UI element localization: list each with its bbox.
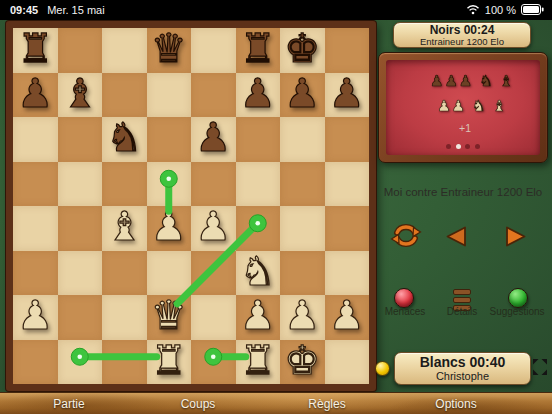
square-b8[interactable] — [58, 28, 103, 73]
square-b6[interactable] — [58, 117, 103, 162]
square-g2[interactable]: ♟ — [280, 295, 325, 340]
square-g7[interactable]: ♟ — [280, 73, 325, 118]
square-h5[interactable] — [325, 162, 370, 207]
square-c3[interactable] — [102, 251, 147, 296]
square-d6[interactable] — [147, 117, 192, 162]
status-bar: 09:45 Mer. 15 mai 100 % — [0, 0, 552, 20]
black-rook[interactable]: ♜ — [17, 26, 53, 70]
square-e1[interactable] — [191, 340, 236, 385]
wifi-icon — [466, 4, 480, 17]
square-d4[interactable]: ♟ — [147, 206, 192, 251]
square-h1[interactable] — [325, 340, 370, 385]
threats-label: Menaces — [385, 306, 426, 317]
white-king[interactable]: ♚ — [284, 338, 320, 382]
board-grid: ♜♛♜♚♟♝♟♟♟♞♟♝♟♟♞♟♛♟♟♟♜♜♚ — [13, 28, 369, 384]
square-d2[interactable]: ♛ — [147, 295, 192, 340]
white-clock-label: Blancs 00:40 — [420, 355, 506, 370]
captured-white-pieces: ♟♟ ♞ ♝ — [386, 97, 540, 115]
square-h2[interactable]: ♟ — [325, 295, 370, 340]
white-rook[interactable]: ♜ — [151, 338, 187, 382]
white-queen[interactable]: ♛ — [151, 293, 187, 337]
white-pawn[interactable]: ♟ — [284, 293, 320, 337]
back-move-button[interactable] — [446, 226, 467, 247]
clock-time: 09:45 — [10, 4, 38, 16]
black-pawn[interactable]: ♟ — [329, 71, 365, 115]
tab-coups[interactable]: Coups — [181, 397, 216, 411]
square-e7[interactable] — [191, 73, 236, 118]
square-c7[interactable] — [102, 73, 147, 118]
black-pawn[interactable]: ♟ — [17, 71, 53, 115]
square-f3[interactable]: ♞ — [236, 251, 281, 296]
square-d7[interactable] — [147, 73, 192, 118]
square-d3[interactable] — [147, 251, 192, 296]
square-a2[interactable]: ♟ — [13, 295, 58, 340]
square-d8[interactable]: ♛ — [147, 28, 192, 73]
black-rook[interactable]: ♜ — [240, 26, 276, 70]
square-e2[interactable] — [191, 295, 236, 340]
square-a4[interactable] — [13, 206, 58, 251]
square-h4[interactable] — [325, 206, 370, 251]
black-bishop[interactable]: ♝ — [62, 71, 98, 115]
match-description: Moi contre Entraineur 1200 Elo — [372, 186, 552, 198]
captured-pieces-tray[interactable]: ♟♟♟ ♞ ♝ ♟♟ ♞ ♝ +1 — [378, 52, 548, 163]
square-a8[interactable]: ♜ — [13, 28, 58, 73]
chess-board: ♜♛♜♚♟♝♟♟♟♞♟♝♟♟♞♟♛♟♟♟♜♜♚ — [6, 21, 376, 391]
square-g1[interactable]: ♚ — [280, 340, 325, 385]
replay-button[interactable] — [390, 221, 422, 250]
square-b1[interactable] — [58, 340, 103, 385]
square-f7[interactable]: ♟ — [236, 73, 281, 118]
white-pawn[interactable]: ♟ — [240, 293, 276, 337]
square-f8[interactable]: ♜ — [236, 28, 281, 73]
black-pawn[interactable]: ♟ — [284, 71, 320, 115]
square-c2[interactable] — [102, 295, 147, 340]
tray-page-dots[interactable] — [386, 144, 540, 149]
white-rook[interactable]: ♜ — [240, 338, 276, 382]
square-c5[interactable] — [102, 162, 147, 207]
fullscreen-expand-icon[interactable] — [532, 358, 548, 376]
square-b3[interactable] — [58, 251, 103, 296]
square-e8[interactable] — [191, 28, 236, 73]
forward-move-button[interactable] — [505, 226, 526, 247]
tab-options[interactable]: Options — [435, 397, 476, 411]
square-a3[interactable] — [13, 251, 58, 296]
square-c6[interactable]: ♞ — [102, 117, 147, 162]
tray-dot-3 — [465, 144, 470, 149]
square-a7[interactable]: ♟ — [13, 73, 58, 118]
white-clock-button[interactable]: Blancs 00:40 Christophe — [394, 352, 531, 385]
square-a6[interactable] — [13, 117, 58, 162]
white-pawn[interactable]: ♟ — [195, 204, 231, 248]
square-g3[interactable] — [280, 251, 325, 296]
square-f5[interactable] — [236, 162, 281, 207]
black-player-name: Entraineur 1200 Elo — [420, 37, 504, 47]
black-knight[interactable]: ♞ — [106, 115, 142, 159]
white-pawn[interactable]: ♟ — [17, 293, 53, 337]
square-d5[interactable] — [147, 162, 192, 207]
square-f4[interactable] — [236, 206, 281, 251]
square-d1[interactable]: ♜ — [147, 340, 192, 385]
suggestions-label: Suggestions — [489, 306, 544, 317]
square-f1[interactable]: ♜ — [236, 340, 281, 385]
square-a1[interactable] — [13, 340, 58, 385]
square-h6[interactable] — [325, 117, 370, 162]
square-g6[interactable] — [280, 117, 325, 162]
tray-dot-1 — [446, 144, 451, 149]
square-c8[interactable] — [102, 28, 147, 73]
square-c1[interactable] — [102, 340, 147, 385]
square-e3[interactable] — [191, 251, 236, 296]
tray-dot-4 — [475, 144, 480, 149]
details-label: Détails — [447, 306, 478, 317]
black-pawn[interactable]: ♟ — [195, 115, 231, 159]
square-b2[interactable] — [58, 295, 103, 340]
square-b5[interactable] — [58, 162, 103, 207]
square-h3[interactable] — [325, 251, 370, 296]
square-a5[interactable] — [13, 162, 58, 207]
status-date: Mer. 15 mai — [47, 4, 104, 16]
turn-indicator-ball — [375, 361, 390, 376]
suggestions-indicator[interactable] — [508, 288, 528, 308]
white-bishop[interactable]: ♝ — [106, 204, 142, 248]
square-f2[interactable]: ♟ — [236, 295, 281, 340]
black-clock-button[interactable]: Noirs 00:24 Entraineur 1200 Elo — [393, 22, 531, 48]
white-player-name: Christophe — [436, 370, 489, 382]
black-pawn[interactable]: ♟ — [240, 71, 276, 115]
square-e5[interactable] — [191, 162, 236, 207]
square-e6[interactable]: ♟ — [191, 117, 236, 162]
square-g5[interactable] — [280, 162, 325, 207]
material-advantage-label: +1 — [386, 122, 540, 134]
battery-percent: 100 % — [485, 4, 516, 16]
tab-bar: Partie Coups Règles Options — [0, 392, 552, 414]
captured-black-pieces: ♟♟♟ ♞ ♝ — [386, 72, 540, 90]
battery-icon — [521, 4, 544, 17]
white-knight[interactable]: ♞ — [240, 249, 276, 293]
white-pawn[interactable]: ♟ — [151, 204, 187, 248]
white-pawn[interactable]: ♟ — [329, 293, 365, 337]
threats-indicator[interactable] — [394, 288, 414, 308]
square-e4[interactable]: ♟ — [191, 206, 236, 251]
square-g8[interactable]: ♚ — [280, 28, 325, 73]
square-c4[interactable]: ♝ — [102, 206, 147, 251]
square-g4[interactable] — [280, 206, 325, 251]
square-b7[interactable]: ♝ — [58, 73, 103, 118]
square-b4[interactable] — [58, 206, 103, 251]
chess-app: 09:45 Mer. 15 mai 100 % — [0, 0, 552, 414]
square-h8[interactable] — [325, 28, 370, 73]
tray-dot-2 — [456, 144, 461, 149]
tab-regles[interactable]: Règles — [308, 397, 345, 411]
square-h7[interactable]: ♟ — [325, 73, 370, 118]
black-queen[interactable]: ♛ — [151, 26, 187, 70]
tab-partie[interactable]: Partie — [53, 397, 84, 411]
square-f6[interactable] — [236, 117, 281, 162]
black-clock-label: Noirs 00:24 — [430, 24, 495, 37]
black-king[interactable]: ♚ — [284, 26, 320, 70]
tray-felt: ♟♟♟ ♞ ♝ ♟♟ ♞ ♝ +1 — [386, 60, 540, 155]
